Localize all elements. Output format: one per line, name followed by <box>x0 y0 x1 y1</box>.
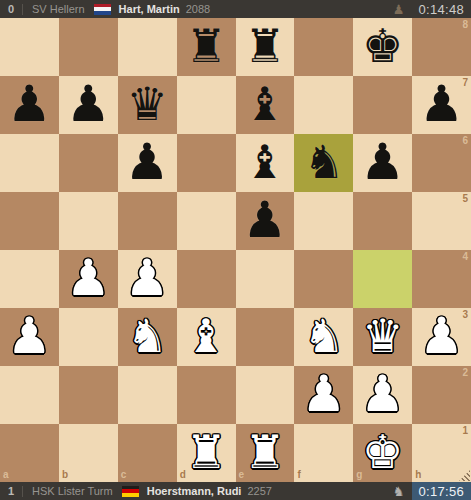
square-e2[interactable] <box>236 366 295 424</box>
square-c3[interactable]: ♞ <box>118 308 177 366</box>
square-e7[interactable]: ♝ <box>236 76 295 134</box>
piece-black-pawn[interactable]: ♟ <box>243 195 288 245</box>
square-h2[interactable]: 2 <box>412 366 471 424</box>
square-d1[interactable]: ♜d <box>177 424 236 482</box>
square-d4[interactable] <box>177 250 236 308</box>
square-g1[interactable]: ♚g <box>353 424 412 482</box>
piece-black-pawn[interactable]: ♟ <box>360 137 405 187</box>
top-player-bar: 0 SV Hellern Hart, Martin 2088 ♟ 0:14:48 <box>0 0 471 18</box>
file-coordinate-d: d <box>180 470 186 480</box>
piece-white-pawn[interactable]: ♟ <box>301 369 346 419</box>
square-c8[interactable] <box>118 18 177 76</box>
knight-icon: ♞ <box>393 485 405 498</box>
square-g2[interactable]: ♟ <box>353 366 412 424</box>
square-f3[interactable]: ♞ <box>294 308 353 366</box>
piece-black-rook[interactable]: ♜ <box>244 23 285 69</box>
top-clock: 0:14:48 <box>412 0 471 18</box>
square-b1[interactable]: b <box>59 424 118 482</box>
square-h1[interactable]: 1h <box>412 424 471 482</box>
file-coordinate-h: h <box>415 470 421 480</box>
piece-white-pawn[interactable]: ♟ <box>125 253 170 303</box>
bottom-clock: 0:17:56 <box>412 482 471 500</box>
piece-black-pawn[interactable]: ♟ <box>125 137 170 187</box>
divider <box>22 486 23 497</box>
piece-white-king[interactable]: ♚ <box>362 429 403 475</box>
square-f7[interactable] <box>294 76 353 134</box>
square-g8[interactable]: ♚ <box>353 18 412 76</box>
germany-flag-icon <box>122 486 139 497</box>
square-g3[interactable]: ♛ <box>353 308 412 366</box>
square-c1[interactable]: c <box>118 424 177 482</box>
file-coordinate-g: g <box>356 470 362 480</box>
piece-white-queen[interactable]: ♛ <box>362 313 403 359</box>
file-coordinate-e: e <box>239 470 245 480</box>
rank-coordinate-7: 7 <box>462 78 468 88</box>
square-e6[interactable]: ♝ <box>236 134 295 192</box>
square-b4[interactable]: ♟ <box>59 250 118 308</box>
piece-black-pawn[interactable]: ♟ <box>419 79 464 129</box>
bottom-player-name: Hoerstmann, Rudi <box>147 485 242 497</box>
square-h6[interactable]: 6 <box>412 134 471 192</box>
square-a5[interactable] <box>0 192 59 250</box>
square-e3[interactable] <box>236 308 295 366</box>
file-coordinate-c: c <box>121 470 127 480</box>
square-h4[interactable]: 4 <box>412 250 471 308</box>
file-coordinate-a: a <box>3 470 9 480</box>
rank-coordinate-4: 4 <box>462 252 468 262</box>
square-f6[interactable]: ♞ <box>294 134 353 192</box>
bottom-player-rating: 2257 <box>247 485 271 497</box>
square-a7[interactable]: ♟ <box>0 76 59 134</box>
piece-white-pawn[interactable]: ♟ <box>66 253 111 303</box>
square-e8[interactable]: ♜ <box>236 18 295 76</box>
piece-white-pawn[interactable]: ♟ <box>360 369 405 419</box>
square-d6[interactable] <box>177 134 236 192</box>
square-b7[interactable]: ♟ <box>59 76 118 134</box>
square-f5[interactable] <box>294 192 353 250</box>
square-d8[interactable]: ♜ <box>177 18 236 76</box>
square-h7[interactable]: ♟7 <box>412 76 471 134</box>
square-h3[interactable]: ♟3 <box>412 308 471 366</box>
piece-black-king[interactable]: ♚ <box>362 23 403 69</box>
square-a4[interactable] <box>0 250 59 308</box>
square-d5[interactable] <box>177 192 236 250</box>
square-b6[interactable] <box>59 134 118 192</box>
square-g7[interactable] <box>353 76 412 134</box>
square-b2[interactable] <box>59 366 118 424</box>
square-f4[interactable] <box>294 250 353 308</box>
piece-white-pawn[interactable]: ♟ <box>7 311 52 361</box>
top-player-rating: 2088 <box>186 3 210 15</box>
square-b8[interactable] <box>59 18 118 76</box>
square-a2[interactable] <box>0 366 59 424</box>
square-c7[interactable]: ♛ <box>118 76 177 134</box>
divider <box>22 4 23 15</box>
chess-board[interactable]: ♜♜♚8♟♟♛♝♟7♟♝♞♟6♟5♟♟4♟♞♝♞♛♟3♟♟2abc♜d♜ef♚g… <box>0 18 471 482</box>
square-a8[interactable] <box>0 18 59 76</box>
square-g4[interactable] <box>353 250 412 308</box>
file-coordinate-b: b <box>62 470 68 480</box>
piece-white-rook[interactable]: ♜ <box>244 429 285 475</box>
bottom-score: 1 <box>0 485 22 497</box>
square-a1[interactable]: a <box>0 424 59 482</box>
square-d3[interactable]: ♝ <box>177 308 236 366</box>
piece-white-knight[interactable]: ♞ <box>303 313 344 359</box>
top-score: 0 <box>0 3 22 15</box>
square-c6[interactable]: ♟ <box>118 134 177 192</box>
rank-coordinate-5: 5 <box>462 194 468 204</box>
square-c5[interactable] <box>118 192 177 250</box>
square-g6[interactable]: ♟ <box>353 134 412 192</box>
pawn-icon: ♟ <box>393 3 405 16</box>
square-e1[interactable]: ♜e <box>236 424 295 482</box>
square-d2[interactable] <box>177 366 236 424</box>
square-h8[interactable]: 8 <box>412 18 471 76</box>
piece-white-knight[interactable]: ♞ <box>127 313 168 359</box>
rank-coordinate-6: 6 <box>462 136 468 146</box>
bottom-player-bar: 1 HSK Lister Turm Hoerstmann, Rudi 2257 … <box>0 482 471 500</box>
file-coordinate-f: f <box>297 470 300 480</box>
square-a3[interactable]: ♟ <box>0 308 59 366</box>
square-f1[interactable]: f <box>294 424 353 482</box>
piece-black-pawn[interactable]: ♟ <box>66 79 111 129</box>
piece-black-bishop[interactable]: ♝ <box>244 81 285 127</box>
square-f2[interactable]: ♟ <box>294 366 353 424</box>
top-player-name: Hart, Martin <box>119 3 180 15</box>
square-h5[interactable]: 5 <box>412 192 471 250</box>
rank-coordinate-2: 2 <box>462 368 468 378</box>
square-d7[interactable] <box>177 76 236 134</box>
bottom-team-name: HSK Lister Turm <box>32 485 113 497</box>
rank-coordinate-3: 3 <box>462 310 468 320</box>
rank-coordinate-1: 1 <box>462 426 468 436</box>
piece-white-pawn[interactable]: ♟ <box>419 311 464 361</box>
top-team-name: SV Hellern <box>32 3 85 15</box>
square-c2[interactable] <box>118 366 177 424</box>
piece-white-rook[interactable]: ♜ <box>185 429 226 475</box>
square-g5[interactable] <box>353 192 412 250</box>
square-b3[interactable] <box>59 308 118 366</box>
piece-black-queen[interactable]: ♛ <box>127 81 168 127</box>
square-b5[interactable] <box>59 192 118 250</box>
piece-black-pawn[interactable]: ♟ <box>7 79 52 129</box>
piece-white-bishop[interactable]: ♝ <box>185 313 226 359</box>
square-c4[interactable]: ♟ <box>118 250 177 308</box>
square-a6[interactable] <box>0 134 59 192</box>
piece-black-rook[interactable]: ♜ <box>185 23 226 69</box>
square-e5[interactable]: ♟ <box>236 192 295 250</box>
rank-coordinate-8: 8 <box>462 20 468 30</box>
netherlands-flag-icon <box>94 4 111 15</box>
piece-black-bishop[interactable]: ♝ <box>244 139 285 185</box>
piece-black-knight[interactable]: ♞ <box>303 139 344 185</box>
square-e4[interactable] <box>236 250 295 308</box>
square-f8[interactable] <box>294 18 353 76</box>
